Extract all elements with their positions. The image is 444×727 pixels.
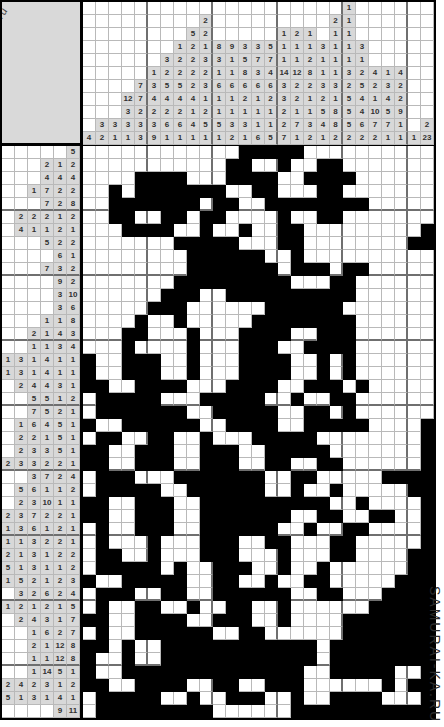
board-cell[interactable] [330, 523, 343, 536]
board-cell[interactable] [135, 224, 148, 237]
board-cell[interactable] [317, 224, 330, 237]
board-cell[interactable] [109, 172, 122, 185]
board-cell[interactable] [83, 705, 96, 718]
board-cell[interactable] [135, 159, 148, 172]
board-cell[interactable] [343, 679, 356, 692]
board-cell[interactable] [317, 432, 330, 445]
board-cell[interactable] [382, 523, 395, 536]
board-cell[interactable] [187, 705, 200, 718]
board-cell[interactable] [200, 146, 213, 159]
board-cell[interactable] [174, 458, 187, 471]
board-cell[interactable] [278, 549, 291, 562]
board-cell[interactable] [213, 601, 226, 614]
board-cell[interactable] [421, 211, 434, 224]
board-cell[interactable] [356, 640, 369, 653]
board-cell[interactable] [187, 653, 200, 666]
board-cell[interactable] [369, 497, 382, 510]
board-cell[interactable] [161, 562, 174, 575]
board-cell[interactable] [278, 575, 291, 588]
board-cell[interactable] [278, 146, 291, 159]
board-cell[interactable] [382, 198, 395, 211]
board-cell[interactable] [369, 484, 382, 497]
board-cell[interactable] [226, 562, 239, 575]
board-cell[interactable] [213, 562, 226, 575]
board-cell[interactable] [382, 211, 395, 224]
board-cell[interactable] [382, 328, 395, 341]
board-cell[interactable] [408, 549, 421, 562]
board-cell[interactable] [161, 237, 174, 250]
board-cell[interactable] [226, 653, 239, 666]
board-cell[interactable] [109, 380, 122, 393]
board-cell[interactable] [265, 328, 278, 341]
board-cell[interactable] [317, 679, 330, 692]
board-cell[interactable] [174, 341, 187, 354]
board-cell[interactable] [226, 211, 239, 224]
board-cell[interactable] [174, 237, 187, 250]
board-cell[interactable] [174, 211, 187, 224]
board-cell[interactable] [408, 627, 421, 640]
board-cell[interactable] [421, 393, 434, 406]
board-cell[interactable] [304, 653, 317, 666]
board-cell[interactable] [278, 666, 291, 679]
board-cell[interactable] [252, 341, 265, 354]
board-cell[interactable] [213, 393, 226, 406]
board-cell[interactable] [252, 263, 265, 276]
board-cell[interactable] [330, 172, 343, 185]
board-cell[interactable] [200, 471, 213, 484]
board-cell[interactable] [382, 588, 395, 601]
board-cell[interactable] [174, 354, 187, 367]
board-cell[interactable] [174, 367, 187, 380]
board-cell[interactable] [239, 393, 252, 406]
board-cell[interactable] [304, 406, 317, 419]
board-cell[interactable] [395, 315, 408, 328]
board-cell[interactable] [356, 250, 369, 263]
board-cell[interactable] [213, 536, 226, 549]
board-cell[interactable] [291, 588, 304, 601]
board-cell[interactable] [174, 627, 187, 640]
board-cell[interactable] [278, 315, 291, 328]
board-cell[interactable] [369, 263, 382, 276]
board-cell[interactable] [421, 510, 434, 523]
board-cell[interactable] [135, 211, 148, 224]
board-cell[interactable] [304, 289, 317, 302]
board-cell[interactable] [161, 380, 174, 393]
board-cell[interactable] [317, 289, 330, 302]
board-cell[interactable] [304, 562, 317, 575]
board-cell[interactable] [395, 159, 408, 172]
board-cell[interactable] [226, 614, 239, 627]
board-cell[interactable] [122, 146, 135, 159]
board-cell[interactable] [382, 601, 395, 614]
board-cell[interactable] [148, 419, 161, 432]
board-cell[interactable] [382, 224, 395, 237]
board-cell[interactable] [317, 458, 330, 471]
board-cell[interactable] [213, 198, 226, 211]
board-cell[interactable] [421, 263, 434, 276]
board-cell[interactable] [135, 185, 148, 198]
board-cell[interactable] [278, 302, 291, 315]
board-cell[interactable] [174, 185, 187, 198]
board-cell[interactable] [239, 445, 252, 458]
board-cell[interactable] [265, 666, 278, 679]
board-cell[interactable] [252, 198, 265, 211]
board-cell[interactable] [408, 354, 421, 367]
board-cell[interactable] [382, 510, 395, 523]
board-cell[interactable] [395, 575, 408, 588]
board-cell[interactable] [252, 328, 265, 341]
board-cell[interactable] [161, 211, 174, 224]
board-cell[interactable] [187, 328, 200, 341]
board-cell[interactable] [252, 237, 265, 250]
board-cell[interactable] [122, 315, 135, 328]
board-cell[interactable] [148, 601, 161, 614]
board-cell[interactable] [343, 380, 356, 393]
board-cell[interactable] [330, 549, 343, 562]
board-cell[interactable] [96, 211, 109, 224]
board-cell[interactable] [96, 705, 109, 718]
board-cell[interactable] [356, 302, 369, 315]
board-cell[interactable] [408, 497, 421, 510]
board-cell[interactable] [135, 640, 148, 653]
board-cell[interactable] [356, 445, 369, 458]
board-cell[interactable] [291, 510, 304, 523]
board-cell[interactable] [96, 406, 109, 419]
board-cell[interactable] [408, 484, 421, 497]
board-cell[interactable] [408, 562, 421, 575]
board-cell[interactable] [343, 588, 356, 601]
board-cell[interactable] [356, 575, 369, 588]
board-cell[interactable] [174, 393, 187, 406]
board-cell[interactable] [408, 432, 421, 445]
board-cell[interactable] [291, 614, 304, 627]
board-cell[interactable] [148, 341, 161, 354]
board-cell[interactable] [304, 679, 317, 692]
board-cell[interactable] [304, 172, 317, 185]
board-cell[interactable] [122, 198, 135, 211]
board-cell[interactable] [382, 406, 395, 419]
board-cell[interactable] [109, 653, 122, 666]
board-cell[interactable] [408, 575, 421, 588]
board-cell[interactable] [265, 406, 278, 419]
board-cell[interactable] [135, 419, 148, 432]
board-cell[interactable] [239, 250, 252, 263]
board-cell[interactable] [278, 588, 291, 601]
board-cell[interactable] [187, 445, 200, 458]
board-cell[interactable] [213, 484, 226, 497]
board-cell[interactable] [304, 185, 317, 198]
board-cell[interactable] [421, 159, 434, 172]
board-cell[interactable] [356, 159, 369, 172]
board-cell[interactable] [304, 276, 317, 289]
board-cell[interactable] [369, 393, 382, 406]
board-cell[interactable] [174, 640, 187, 653]
board-cell[interactable] [252, 250, 265, 263]
board-cell[interactable] [187, 263, 200, 276]
board-cell[interactable] [148, 471, 161, 484]
board-cell[interactable] [187, 341, 200, 354]
board-cell[interactable] [83, 692, 96, 705]
board-cell[interactable] [343, 510, 356, 523]
board-cell[interactable] [187, 549, 200, 562]
board-cell[interactable] [421, 445, 434, 458]
board-cell[interactable] [109, 445, 122, 458]
board-cell[interactable] [161, 341, 174, 354]
board-cell[interactable] [239, 575, 252, 588]
board-cell[interactable] [174, 601, 187, 614]
board-cell[interactable] [122, 185, 135, 198]
board-cell[interactable] [395, 445, 408, 458]
board-cell[interactable] [304, 705, 317, 718]
board-cell[interactable] [239, 276, 252, 289]
board-cell[interactable] [369, 705, 382, 718]
board-cell[interactable] [356, 393, 369, 406]
board-cell[interactable] [291, 549, 304, 562]
board-cell[interactable] [291, 211, 304, 224]
board-cell[interactable] [200, 653, 213, 666]
board-cell[interactable] [226, 536, 239, 549]
board-cell[interactable] [382, 354, 395, 367]
board-cell[interactable] [278, 692, 291, 705]
board-cell[interactable] [135, 302, 148, 315]
board-cell[interactable] [408, 237, 421, 250]
board-cell[interactable] [421, 250, 434, 263]
board-cell[interactable] [109, 679, 122, 692]
board-cell[interactable] [83, 211, 96, 224]
board-cell[interactable] [226, 588, 239, 601]
board-cell[interactable] [408, 380, 421, 393]
board-cell[interactable] [135, 497, 148, 510]
board-cell[interactable] [382, 679, 395, 692]
board-cell[interactable] [330, 653, 343, 666]
board-cell[interactable] [213, 614, 226, 627]
board-cell[interactable] [356, 588, 369, 601]
board-cell[interactable] [252, 627, 265, 640]
board-cell[interactable] [148, 588, 161, 601]
board-cell[interactable] [200, 250, 213, 263]
board-cell[interactable] [252, 289, 265, 302]
board-cell[interactable] [317, 302, 330, 315]
board-cell[interactable] [265, 263, 278, 276]
board-cell[interactable] [83, 263, 96, 276]
board-cell[interactable] [291, 640, 304, 653]
board-cell[interactable] [408, 679, 421, 692]
board-cell[interactable] [343, 471, 356, 484]
board-cell[interactable] [109, 588, 122, 601]
board-cell[interactable] [408, 458, 421, 471]
board-cell[interactable] [343, 393, 356, 406]
board-cell[interactable] [369, 523, 382, 536]
board-cell[interactable] [135, 549, 148, 562]
board-cell[interactable] [343, 497, 356, 510]
board-cell[interactable] [174, 588, 187, 601]
board-cell[interactable] [330, 458, 343, 471]
board-cell[interactable] [96, 263, 109, 276]
board-cell[interactable] [278, 484, 291, 497]
board-cell[interactable] [343, 549, 356, 562]
board-cell[interactable] [278, 198, 291, 211]
board-cell[interactable] [395, 380, 408, 393]
board-cell[interactable] [291, 289, 304, 302]
board-cell[interactable] [421, 354, 434, 367]
board-cell[interactable] [213, 497, 226, 510]
board-cell[interactable] [83, 276, 96, 289]
board-cell[interactable] [83, 237, 96, 250]
board-cell[interactable] [239, 263, 252, 276]
board-cell[interactable] [200, 393, 213, 406]
board-cell[interactable] [96, 432, 109, 445]
board-cell[interactable] [421, 484, 434, 497]
board-cell[interactable] [382, 289, 395, 302]
board-cell[interactable] [200, 224, 213, 237]
board-cell[interactable] [291, 523, 304, 536]
board-cell[interactable] [421, 536, 434, 549]
board-cell[interactable] [421, 224, 434, 237]
board-cell[interactable] [278, 380, 291, 393]
board-cell[interactable] [291, 445, 304, 458]
board-cell[interactable] [200, 679, 213, 692]
board-cell[interactable] [109, 315, 122, 328]
board-cell[interactable] [343, 666, 356, 679]
board-cell[interactable] [408, 341, 421, 354]
board-cell[interactable] [278, 614, 291, 627]
board-cell[interactable] [278, 497, 291, 510]
board-cell[interactable] [382, 250, 395, 263]
board-cell[interactable] [148, 354, 161, 367]
board-cell[interactable] [304, 471, 317, 484]
board-cell[interactable] [174, 549, 187, 562]
board-cell[interactable] [369, 432, 382, 445]
board-cell[interactable] [187, 458, 200, 471]
board-cell[interactable] [408, 250, 421, 263]
board-cell[interactable] [278, 354, 291, 367]
board-cell[interactable] [304, 380, 317, 393]
board-cell[interactable] [369, 302, 382, 315]
board-cell[interactable] [278, 224, 291, 237]
board-cell[interactable] [96, 146, 109, 159]
board-cell[interactable] [200, 497, 213, 510]
board-cell[interactable] [356, 666, 369, 679]
board-cell[interactable] [83, 341, 96, 354]
board-cell[interactable] [226, 159, 239, 172]
board-cell[interactable] [304, 211, 317, 224]
board-cell[interactable] [343, 640, 356, 653]
board-cell[interactable] [83, 172, 96, 185]
board-cell[interactable] [356, 341, 369, 354]
board-cell[interactable] [330, 666, 343, 679]
board-cell[interactable] [395, 458, 408, 471]
board-cell[interactable] [343, 627, 356, 640]
board-cell[interactable] [304, 445, 317, 458]
board-cell[interactable] [265, 354, 278, 367]
board-cell[interactable] [135, 328, 148, 341]
board-cell[interactable] [109, 549, 122, 562]
board-cell[interactable] [226, 289, 239, 302]
board-cell[interactable] [135, 367, 148, 380]
board-cell[interactable] [343, 562, 356, 575]
board-cell[interactable] [187, 627, 200, 640]
board-cell[interactable] [265, 653, 278, 666]
board-cell[interactable] [330, 640, 343, 653]
board-cell[interactable] [200, 302, 213, 315]
board-cell[interactable] [135, 471, 148, 484]
board-cell[interactable] [395, 640, 408, 653]
board-cell[interactable] [343, 484, 356, 497]
board-cell[interactable] [226, 458, 239, 471]
board-cell[interactable] [226, 523, 239, 536]
board-cell[interactable] [226, 640, 239, 653]
board-cell[interactable] [343, 575, 356, 588]
board-cell[interactable] [161, 614, 174, 627]
board-cell[interactable] [356, 705, 369, 718]
board-cell[interactable] [291, 172, 304, 185]
board-cell[interactable] [317, 328, 330, 341]
board-cell[interactable] [226, 302, 239, 315]
board-cell[interactable] [304, 367, 317, 380]
board-cell[interactable] [200, 549, 213, 562]
board-cell[interactable] [161, 198, 174, 211]
board-cell[interactable] [356, 224, 369, 237]
board-cell[interactable] [252, 536, 265, 549]
board-cell[interactable] [265, 432, 278, 445]
board-cell[interactable] [252, 640, 265, 653]
board-cell[interactable] [226, 432, 239, 445]
board-cell[interactable] [408, 224, 421, 237]
board-cell[interactable] [83, 510, 96, 523]
board-cell[interactable] [187, 614, 200, 627]
board-cell[interactable] [343, 263, 356, 276]
board-cell[interactable] [200, 601, 213, 614]
board-cell[interactable] [174, 276, 187, 289]
board-cell[interactable] [83, 250, 96, 263]
board-cell[interactable] [369, 211, 382, 224]
board-cell[interactable] [252, 315, 265, 328]
board-cell[interactable] [135, 146, 148, 159]
board-cell[interactable] [109, 601, 122, 614]
board-cell[interactable] [382, 380, 395, 393]
board-cell[interactable] [239, 471, 252, 484]
board-cell[interactable] [291, 393, 304, 406]
board-cell[interactable] [395, 419, 408, 432]
board-cell[interactable] [330, 627, 343, 640]
board-cell[interactable] [148, 575, 161, 588]
board-cell[interactable] [109, 484, 122, 497]
board-cell[interactable] [174, 497, 187, 510]
board-cell[interactable] [343, 159, 356, 172]
board-cell[interactable] [278, 185, 291, 198]
board-cell[interactable] [174, 419, 187, 432]
board-cell[interactable] [213, 640, 226, 653]
board-cell[interactable] [226, 549, 239, 562]
board-cell[interactable] [135, 341, 148, 354]
board-cell[interactable] [96, 159, 109, 172]
board-cell[interactable] [200, 328, 213, 341]
board-cell[interactable] [343, 328, 356, 341]
board-cell[interactable] [395, 276, 408, 289]
board-cell[interactable] [421, 237, 434, 250]
board-cell[interactable] [265, 146, 278, 159]
board-cell[interactable] [83, 393, 96, 406]
board-cell[interactable] [213, 458, 226, 471]
board-cell[interactable] [174, 289, 187, 302]
board-cell[interactable] [356, 627, 369, 640]
board-cell[interactable] [109, 354, 122, 367]
board-cell[interactable] [83, 627, 96, 640]
board-cell[interactable] [343, 367, 356, 380]
board-cell[interactable] [174, 666, 187, 679]
board-cell[interactable] [382, 536, 395, 549]
board-cell[interactable] [265, 614, 278, 627]
